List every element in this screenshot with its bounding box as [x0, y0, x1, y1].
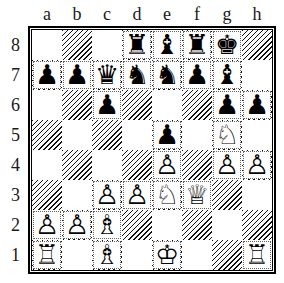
square-c2[interactable]: ♗: [92, 210, 122, 240]
square-d2[interactable]: [122, 210, 152, 240]
square-a6[interactable]: [32, 90, 62, 120]
square-c7[interactable]: ♛: [92, 60, 122, 90]
board-frame: ♜♝♜♚♟♟♛♞♞♟♝♟♟♟♟♘♙♙♙♙♙♘♕♙♙♗♖♗♔♖: [28, 26, 276, 274]
file-label-h: h: [253, 5, 262, 23]
square-d5[interactable]: [122, 120, 152, 150]
piece-box: ♟: [33, 61, 61, 89]
piece-black-bishop[interactable]: ♝: [215, 61, 239, 88]
square-e2[interactable]: [152, 210, 182, 240]
file-label-c: c: [103, 5, 111, 23]
square-c1[interactable]: ♗: [92, 240, 122, 270]
square-d8[interactable]: ♜: [122, 30, 152, 60]
piece-box: ♖: [33, 241, 61, 269]
piece-box: ♟: [93, 91, 121, 119]
square-a3[interactable]: [32, 180, 62, 210]
square-e6[interactable]: [152, 90, 182, 120]
piece-black-queen[interactable]: ♛: [95, 61, 119, 88]
rank-labels: 87654321: [0, 30, 20, 270]
piece-white-bishop[interactable]: ♗: [95, 241, 119, 268]
file-label-b: b: [73, 5, 82, 23]
piece-box: ♟: [63, 61, 91, 89]
piece-white-rook[interactable]: ♖: [245, 241, 269, 268]
square-g4[interactable]: ♙: [212, 150, 242, 180]
file-label-d: d: [133, 5, 142, 23]
square-h2[interactable]: [242, 210, 272, 240]
square-d1[interactable]: [122, 240, 152, 270]
square-f7[interactable]: ♟: [182, 60, 212, 90]
chess-diagram: abcdefgh 87654321 ♜♝♜♚♟♟♛♞♞♟♝♟♟♟♟♘♙♙♙♙♙♘…: [0, 0, 284, 283]
piece-white-bishop[interactable]: ♗: [95, 211, 119, 238]
square-c4[interactable]: [92, 150, 122, 180]
square-f5[interactable]: [182, 120, 212, 150]
square-f4[interactable]: [182, 150, 212, 180]
piece-black-knight[interactable]: ♞: [155, 61, 179, 88]
square-a7[interactable]: ♟: [32, 60, 62, 90]
square-a8[interactable]: [32, 30, 62, 60]
piece-white-pawn[interactable]: ♙: [155, 151, 179, 178]
square-g5[interactable]: ♘: [212, 120, 242, 150]
square-h4[interactable]: ♙: [242, 150, 272, 180]
piece-box: ♙: [123, 181, 151, 209]
file-labels: abcdefgh: [32, 0, 272, 23]
piece-white-queen[interactable]: ♕: [185, 181, 209, 208]
rank-label-4: 4: [11, 156, 20, 174]
piece-white-pawn[interactable]: ♙: [215, 151, 239, 178]
square-h3[interactable]: [242, 180, 272, 210]
square-g3[interactable]: [212, 180, 242, 210]
square-e8[interactable]: ♝: [152, 30, 182, 60]
square-g1[interactable]: [212, 240, 242, 270]
piece-white-pawn[interactable]: ♙: [245, 151, 269, 178]
square-b6[interactable]: [62, 90, 92, 120]
square-f6[interactable]: [182, 90, 212, 120]
piece-box: ♝: [153, 31, 181, 59]
piece-white-pawn[interactable]: ♙: [65, 211, 89, 238]
piece-white-knight[interactable]: ♘: [155, 181, 179, 208]
piece-black-pawn[interactable]: ♟: [215, 91, 239, 118]
square-c5[interactable]: [92, 120, 122, 150]
rank-label-1: 1: [11, 246, 20, 264]
piece-box: ♜: [183, 31, 211, 59]
square-a5[interactable]: [32, 120, 62, 150]
file-label-e: e: [163, 5, 171, 23]
piece-box: ♞: [123, 61, 151, 89]
piece-black-rook[interactable]: ♜: [185, 31, 209, 58]
square-g8[interactable]: ♚: [212, 30, 242, 60]
square-d3[interactable]: ♙: [122, 180, 152, 210]
square-a1[interactable]: ♖: [32, 240, 62, 270]
piece-black-king[interactable]: ♚: [215, 31, 239, 58]
square-f2[interactable]: [182, 210, 212, 240]
rank-label-7: 7: [11, 66, 20, 84]
piece-box: ♟: [213, 91, 241, 119]
chess-board: ♜♝♜♚♟♟♛♞♞♟♝♟♟♟♟♘♙♙♙♙♙♘♕♙♙♗♖♗♔♖: [31, 29, 273, 271]
square-a4[interactable]: [32, 150, 62, 180]
piece-white-rook[interactable]: ♖: [35, 241, 59, 268]
piece-box: ♖: [243, 241, 271, 269]
piece-box: ♞: [153, 61, 181, 89]
square-e3[interactable]: ♘: [152, 180, 182, 210]
piece-box: ♙: [243, 151, 271, 179]
square-b7[interactable]: ♟: [62, 60, 92, 90]
square-b4[interactable]: [62, 150, 92, 180]
piece-black-pawn[interactable]: ♟: [185, 61, 209, 88]
square-h1[interactable]: ♖: [242, 240, 272, 270]
piece-black-pawn[interactable]: ♟: [155, 121, 179, 148]
piece-black-pawn[interactable]: ♟: [95, 91, 119, 118]
piece-box: ♗: [93, 211, 121, 239]
square-a2[interactable]: ♙: [32, 210, 62, 240]
square-b3[interactable]: [62, 180, 92, 210]
square-h7[interactable]: [242, 60, 272, 90]
piece-black-rook[interactable]: ♜: [125, 31, 149, 58]
rank-label-5: 5: [11, 126, 20, 144]
piece-black-bishop[interactable]: ♝: [155, 31, 179, 58]
piece-box: ♘: [153, 181, 181, 209]
piece-box: ♛: [93, 61, 121, 89]
square-c6[interactable]: ♟: [92, 90, 122, 120]
piece-black-pawn[interactable]: ♟: [245, 91, 269, 118]
square-b1[interactable]: [62, 240, 92, 270]
square-b2[interactable]: ♙: [62, 210, 92, 240]
square-e7[interactable]: ♞: [152, 60, 182, 90]
square-g2[interactable]: [212, 210, 242, 240]
piece-black-knight[interactable]: ♞: [125, 61, 149, 88]
piece-box: ♝: [213, 61, 241, 89]
square-d7[interactable]: ♞: [122, 60, 152, 90]
piece-box: ♙: [93, 181, 121, 209]
square-e5[interactable]: ♟: [152, 120, 182, 150]
square-h6[interactable]: ♟: [242, 90, 272, 120]
piece-black-pawn[interactable]: ♟: [65, 61, 89, 88]
file-label-g: g: [223, 5, 232, 23]
piece-box: ♜: [123, 31, 151, 59]
square-b8[interactable]: [62, 30, 92, 60]
rank-label-8: 8: [11, 36, 20, 54]
square-f8[interactable]: ♜: [182, 30, 212, 60]
square-g7[interactable]: ♝: [212, 60, 242, 90]
piece-white-king[interactable]: ♔: [155, 241, 179, 268]
square-g6[interactable]: ♟: [212, 90, 242, 120]
file-label-f: f: [194, 5, 200, 23]
rank-label-6: 6: [11, 96, 20, 114]
file-label-a: a: [43, 5, 51, 23]
piece-white-pawn[interactable]: ♙: [95, 181, 119, 208]
piece-white-pawn[interactable]: ♙: [125, 181, 149, 208]
square-f3[interactable]: ♕: [182, 180, 212, 210]
square-e4[interactable]: ♙: [152, 150, 182, 180]
square-d4[interactable]: [122, 150, 152, 180]
piece-box: ♟: [183, 61, 211, 89]
piece-black-pawn[interactable]: ♟: [35, 61, 59, 88]
piece-box: ♙: [33, 211, 61, 239]
square-b5[interactable]: [62, 120, 92, 150]
rank-label-2: 2: [11, 216, 20, 234]
piece-box: ♙: [153, 151, 181, 179]
piece-box: ♘: [213, 121, 241, 149]
piece-box: ♔: [153, 241, 181, 269]
piece-box: ♟: [243, 91, 271, 119]
piece-box: ♙: [213, 151, 241, 179]
square-f1[interactable]: [182, 240, 212, 270]
square-c8[interactable]: [92, 30, 122, 60]
square-d6[interactable]: [122, 90, 152, 120]
piece-box: ♟: [153, 121, 181, 149]
square-c3[interactable]: ♙: [92, 180, 122, 210]
piece-box: ♚: [213, 31, 241, 59]
square-e1[interactable]: ♔: [152, 240, 182, 270]
piece-box: ♕: [183, 181, 211, 209]
square-h5[interactable]: [242, 120, 272, 150]
square-h8[interactable]: [242, 30, 272, 60]
piece-box: ♙: [63, 211, 91, 239]
piece-box: ♗: [93, 241, 121, 269]
rank-label-3: 3: [11, 186, 20, 204]
piece-white-knight[interactable]: ♘: [215, 121, 239, 148]
piece-white-pawn[interactable]: ♙: [35, 211, 59, 238]
